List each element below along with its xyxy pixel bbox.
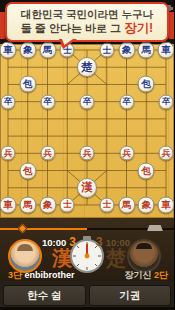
cho-piece-卒[interactable]: 卒 xyxy=(40,94,55,109)
avatar-right-player[interactable] xyxy=(127,239,161,273)
cho-piece-包[interactable]: 包 xyxy=(138,76,155,93)
panel-drag-handle[interactable] xyxy=(147,225,163,231)
promo-banner-line2-text: 둘 줄 안다는 바로 그 xyxy=(21,22,124,34)
pass-turn-button[interactable]: 한수 쉼 xyxy=(3,285,86,306)
left-player-rank: 3단 xyxy=(8,270,22,280)
han-piece-車[interactable]: 車 xyxy=(0,196,17,213)
cho-piece-楚[interactable]: 楚 xyxy=(77,57,97,77)
resign-button[interactable]: 기권 xyxy=(89,285,172,306)
app-screen: 4:00 PM 대한민국 국민이라면 누구나 둘 줄 안다는 바로 그 장기! … xyxy=(0,0,174,310)
cho-piece-象[interactable]: 象 xyxy=(118,42,135,59)
promo-banner-line2: 둘 줄 안다는 바로 그 장기! xyxy=(21,21,153,37)
cho-piece-卒[interactable]: 卒 xyxy=(119,94,134,109)
turn-progress-fill xyxy=(0,228,87,230)
janggi-board[interactable]: 車象馬士士象馬車楚包包卒卒卒卒卒兵兵兵兵兵包包漢車馬象士士馬象車 xyxy=(0,44,174,218)
han-piece-包[interactable]: 包 xyxy=(138,162,155,179)
cho-piece-卒[interactable]: 卒 xyxy=(159,94,174,109)
promo-banner-line1: 대한민국 국민이라면 누구나 xyxy=(21,8,153,21)
han-piece-象[interactable]: 象 xyxy=(138,196,155,213)
right-byoyomi-count: 3 xyxy=(96,235,103,249)
han-piece-包[interactable]: 包 xyxy=(19,162,36,179)
cho-piece-馬[interactable]: 馬 xyxy=(138,42,155,59)
action-button-bar: 한수 쉼 기권 xyxy=(0,281,174,310)
left-player-name: enbibrother xyxy=(25,270,75,280)
han-piece-兵[interactable]: 兵 xyxy=(159,146,174,161)
cho-piece-車[interactable]: 車 xyxy=(0,42,17,59)
right-player-name: 장기신 xyxy=(124,270,151,280)
han-piece-象[interactable]: 象 xyxy=(39,196,56,213)
promo-banner-highlight: 장기! xyxy=(124,21,153,35)
cho-piece-卒[interactable]: 卒 xyxy=(80,94,95,109)
cho-piece-象[interactable]: 象 xyxy=(19,42,36,59)
banner-ribbon-right xyxy=(169,12,174,39)
player-panel: 10:00 3 漢 3 10:00 楚 3단 enbibrother xyxy=(0,218,174,281)
han-piece-士[interactable]: 士 xyxy=(99,197,114,212)
han-piece-兵[interactable]: 兵 xyxy=(119,146,134,161)
avatar-left-player[interactable] xyxy=(8,239,42,273)
right-side-glyph-cho: 楚 xyxy=(106,245,126,272)
cho-piece-士[interactable]: 士 xyxy=(99,43,114,58)
han-piece-馬[interactable]: 馬 xyxy=(19,196,36,213)
han-piece-車[interactable]: 車 xyxy=(158,196,175,213)
han-piece-士[interactable]: 士 xyxy=(60,197,75,212)
right-player-rank: 2단 xyxy=(154,270,168,280)
cho-piece-卒[interactable]: 卒 xyxy=(1,94,16,109)
cho-piece-包[interactable]: 包 xyxy=(19,76,36,93)
turn-progress-marker-icon xyxy=(18,224,28,234)
promo-banner[interactable]: 대한민국 국민이라면 누구나 둘 줄 안다는 바로 그 장기! xyxy=(5,2,169,42)
han-piece-馬[interactable]: 馬 xyxy=(118,196,135,213)
han-piece-漢[interactable]: 漢 xyxy=(77,178,97,198)
cho-piece-車[interactable]: 車 xyxy=(158,42,175,59)
han-piece-兵[interactable]: 兵 xyxy=(80,146,95,161)
cho-piece-馬[interactable]: 馬 xyxy=(39,42,56,59)
han-piece-兵[interactable]: 兵 xyxy=(1,146,16,161)
han-piece-兵[interactable]: 兵 xyxy=(40,146,55,161)
